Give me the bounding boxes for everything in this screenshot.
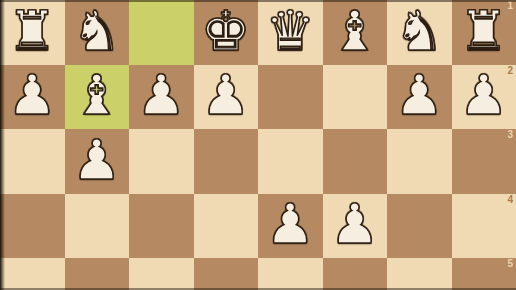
square-g5[interactable] bbox=[65, 258, 130, 290]
square-b3[interactable] bbox=[387, 129, 452, 194]
square-c1[interactable]: ♝ bbox=[323, 0, 388, 65]
white-pawn[interactable]: ♟ bbox=[72, 133, 121, 188]
square-c3[interactable] bbox=[323, 129, 388, 194]
white-pawn[interactable]: ♟ bbox=[137, 68, 186, 123]
square-b1[interactable]: ♞ bbox=[387, 0, 452, 65]
white-pawn[interactable]: ♟ bbox=[395, 68, 444, 123]
white-bishop[interactable]: ♝ bbox=[330, 4, 379, 59]
square-e4[interactable] bbox=[194, 194, 259, 259]
white-rook[interactable]: ♜ bbox=[8, 4, 57, 59]
board: ♜♞♚♛♝♞♜1♟♝♟♟♟♟2♟3♟♟45 bbox=[0, 0, 516, 290]
square-e3[interactable] bbox=[194, 129, 259, 194]
rank-label-2: 2 bbox=[507, 66, 513, 76]
square-c4[interactable]: ♟ bbox=[323, 194, 388, 259]
square-g3[interactable]: ♟ bbox=[65, 129, 130, 194]
white-king[interactable]: ♚ bbox=[201, 4, 250, 59]
square-d3[interactable] bbox=[258, 129, 323, 194]
square-h5[interactable] bbox=[0, 258, 65, 290]
square-b4[interactable] bbox=[387, 194, 452, 259]
square-a4[interactable]: 4 bbox=[452, 194, 516, 259]
chessboard-frame: ♜♞♚♛♝♞♜1♟♝♟♟♟♟2♟3♟♟45 bbox=[0, 0, 516, 290]
square-f3[interactable] bbox=[129, 129, 194, 194]
white-pawn[interactable]: ♟ bbox=[266, 197, 315, 252]
white-pawn[interactable]: ♟ bbox=[459, 68, 508, 123]
square-f2[interactable]: ♟ bbox=[129, 65, 194, 130]
square-a2[interactable]: ♟2 bbox=[452, 65, 516, 130]
square-h2[interactable]: ♟ bbox=[0, 65, 65, 130]
square-e5[interactable] bbox=[194, 258, 259, 290]
white-pawn[interactable]: ♟ bbox=[201, 68, 250, 123]
square-g2[interactable]: ♝ bbox=[65, 65, 130, 130]
rank-label-4: 4 bbox=[507, 195, 513, 205]
white-knight[interactable]: ♞ bbox=[72, 4, 121, 59]
square-f4[interactable] bbox=[129, 194, 194, 259]
square-e1[interactable]: ♚ bbox=[194, 0, 259, 65]
square-f1[interactable] bbox=[129, 0, 194, 65]
white-queen[interactable]: ♛ bbox=[266, 4, 315, 59]
square-d5[interactable] bbox=[258, 258, 323, 290]
square-h1[interactable]: ♜ bbox=[0, 0, 65, 65]
rank-label-3: 3 bbox=[507, 130, 513, 140]
square-c5[interactable] bbox=[323, 258, 388, 290]
square-h3[interactable] bbox=[0, 129, 65, 194]
square-d1[interactable]: ♛ bbox=[258, 0, 323, 65]
square-a1[interactable]: ♜1 bbox=[452, 0, 516, 65]
square-c2[interactable] bbox=[323, 65, 388, 130]
white-knight[interactable]: ♞ bbox=[395, 4, 444, 59]
square-g1[interactable]: ♞ bbox=[65, 0, 130, 65]
white-rook[interactable]: ♜ bbox=[459, 4, 508, 59]
square-g4[interactable] bbox=[65, 194, 130, 259]
rank-label-5: 5 bbox=[507, 259, 513, 269]
white-pawn[interactable]: ♟ bbox=[330, 197, 379, 252]
square-a3[interactable]: 3 bbox=[452, 129, 516, 194]
square-f5[interactable] bbox=[129, 258, 194, 290]
white-bishop[interactable]: ♝ bbox=[72, 68, 121, 123]
square-d2[interactable] bbox=[258, 65, 323, 130]
square-b2[interactable]: ♟ bbox=[387, 65, 452, 130]
square-a5[interactable]: 5 bbox=[452, 258, 516, 290]
square-b5[interactable] bbox=[387, 258, 452, 290]
rank-label-1: 1 bbox=[507, 1, 513, 11]
square-e2[interactable]: ♟ bbox=[194, 65, 259, 130]
square-d4[interactable]: ♟ bbox=[258, 194, 323, 259]
white-pawn[interactable]: ♟ bbox=[8, 68, 57, 123]
square-h4[interactable] bbox=[0, 194, 65, 259]
